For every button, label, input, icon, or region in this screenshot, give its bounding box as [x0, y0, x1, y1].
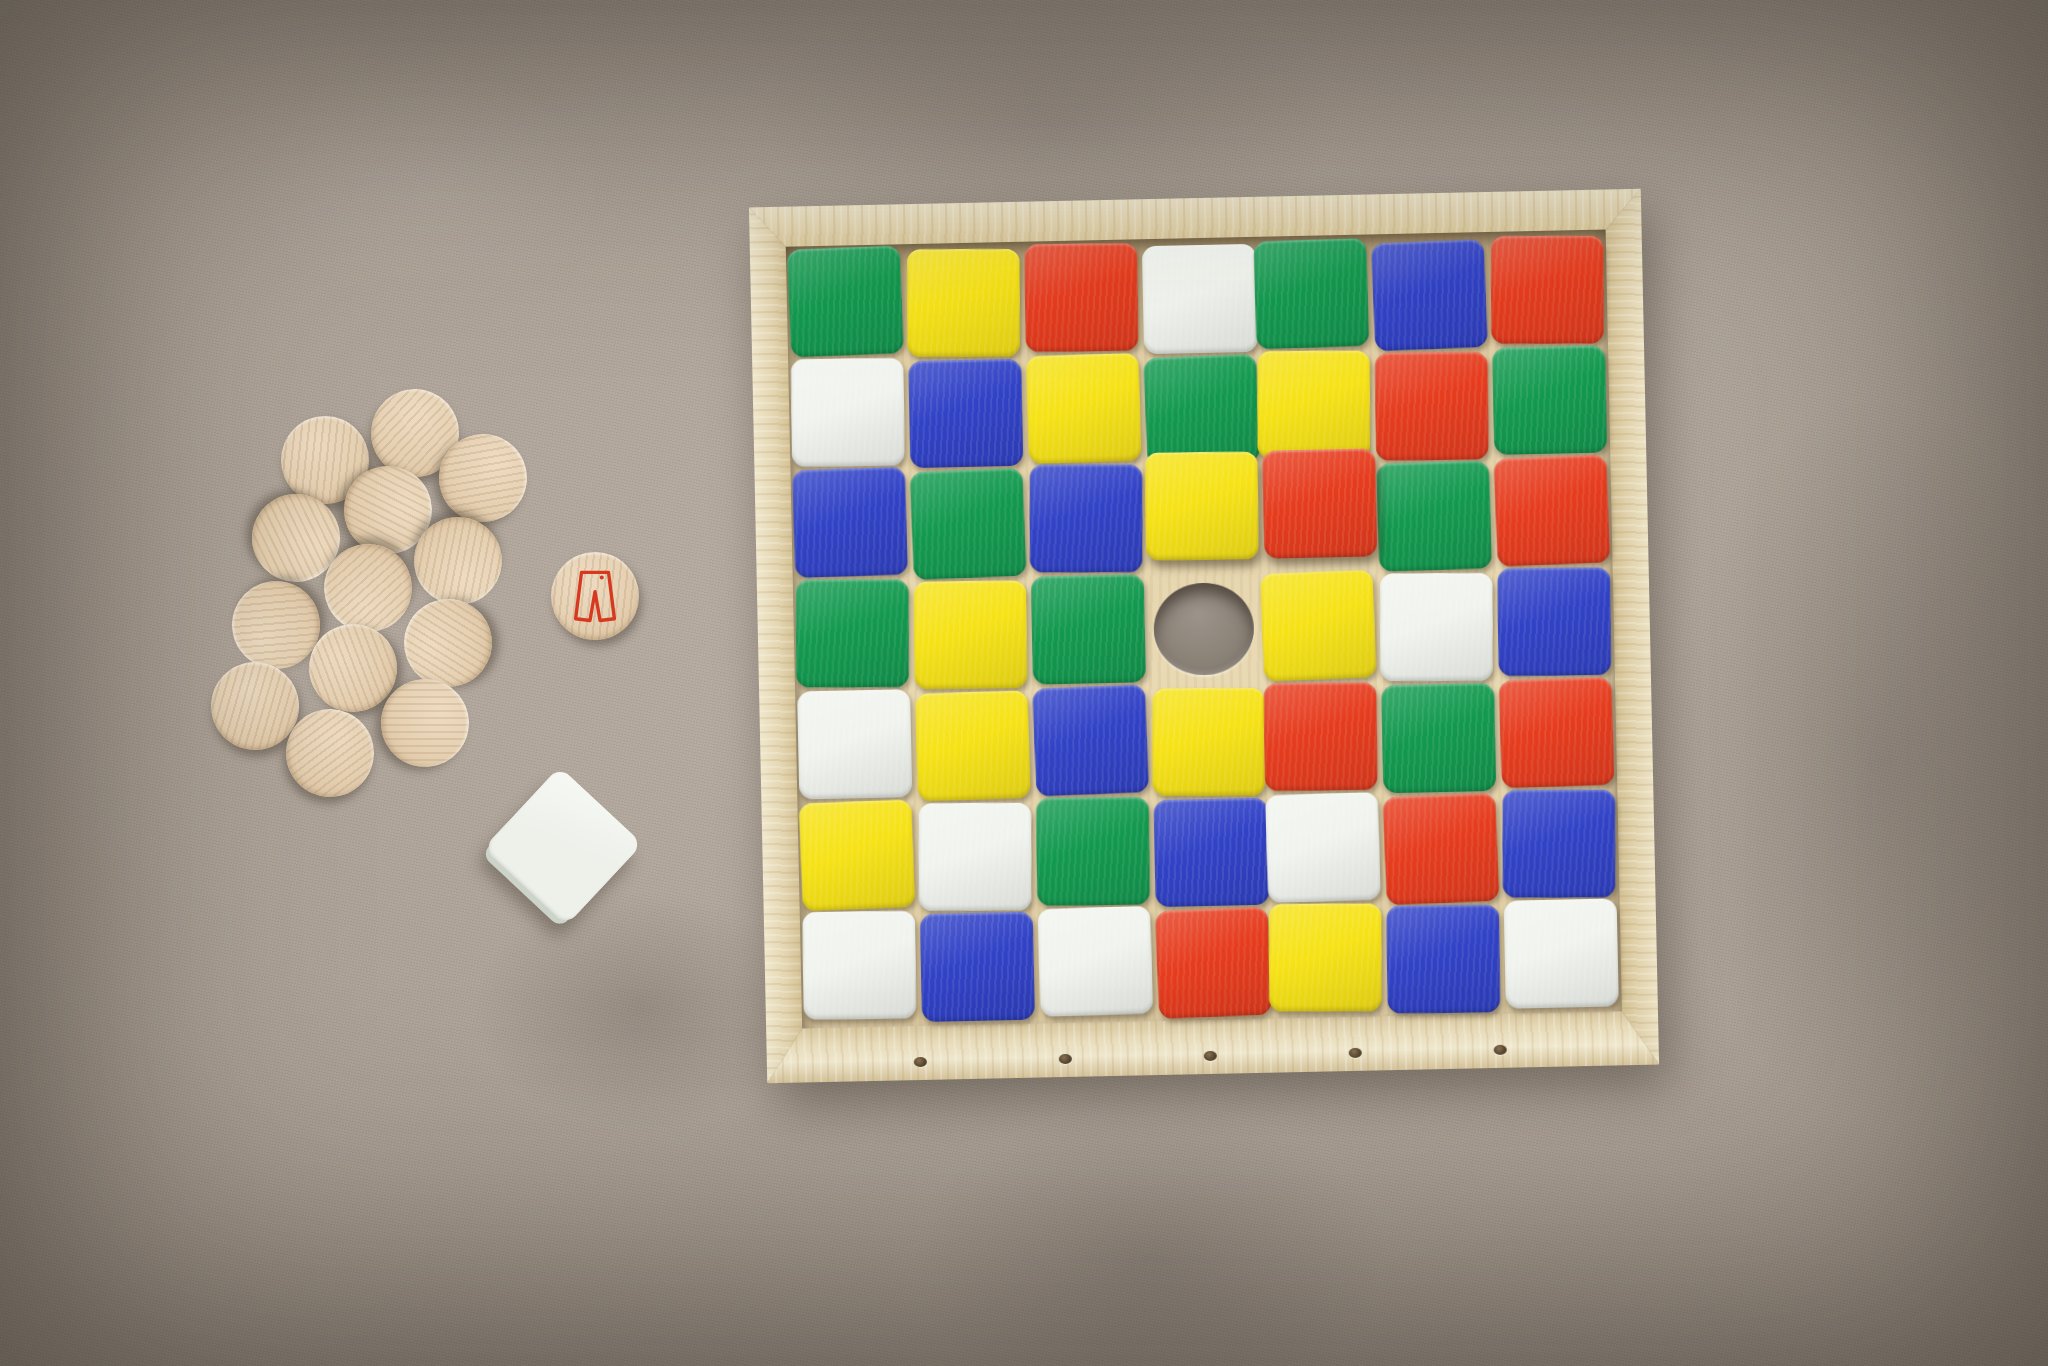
tile-yellow[interactable] [1268, 904, 1381, 1012]
tile-yellow[interactable] [913, 580, 1027, 689]
tile-blue[interactable] [1032, 684, 1149, 796]
tile-yellow[interactable] [798, 799, 915, 911]
trousers-icon [568, 565, 622, 627]
tile-yellow[interactable] [1026, 352, 1142, 463]
tile-red[interactable] [1263, 682, 1377, 791]
tile-green[interactable] [796, 579, 909, 687]
tile-yellow[interactable] [907, 249, 1020, 357]
tile-yellow[interactable] [1145, 452, 1259, 561]
tile-white[interactable] [791, 357, 905, 466]
tile-red[interactable] [1498, 677, 1614, 788]
screw-hole [1494, 1045, 1507, 1055]
tile-white[interactable] [797, 689, 912, 799]
tile-green[interactable] [787, 245, 904, 357]
tile-white[interactable] [1503, 899, 1618, 1009]
tile-green[interactable] [1492, 345, 1607, 455]
tile-red[interactable] [1155, 907, 1272, 1019]
tile-blue[interactable] [1370, 239, 1487, 351]
tile-red[interactable] [1025, 243, 1139, 352]
tile-yellow[interactable] [915, 690, 1031, 801]
screw-hole [914, 1057, 927, 1067]
tray-well [786, 230, 1622, 1029]
tile-green[interactable] [1376, 461, 1492, 572]
empty-cell [1146, 574, 1261, 684]
tile-red[interactable] [1382, 792, 1499, 904]
tile-blue[interactable] [1502, 789, 1615, 897]
tile-green[interactable] [1381, 683, 1496, 793]
tile-blue[interactable] [920, 912, 1035, 1022]
tile-yellow[interactable] [1259, 570, 1376, 682]
tile-white[interactable] [1264, 791, 1380, 902]
tile-red[interactable] [1262, 449, 1377, 559]
tile-green[interactable] [1031, 574, 1146, 684]
tile-green[interactable] [1036, 796, 1150, 905]
tile-blue[interactable] [1386, 905, 1500, 1014]
tile-blue[interactable] [1154, 797, 1269, 907]
tile-red[interactable] [1374, 351, 1488, 460]
tile-grid [791, 235, 1617, 1024]
tile-green[interactable] [910, 468, 1027, 580]
finger-hole [1153, 582, 1255, 676]
tile-white[interactable] [1037, 906, 1153, 1017]
scene [0, 0, 2048, 1366]
tile-blue[interactable] [908, 358, 1023, 468]
tile-green[interactable] [1144, 353, 1261, 465]
tile-red[interactable] [1493, 455, 1610, 567]
screw-hole [1348, 1048, 1361, 1058]
tile-yellow[interactable] [1257, 350, 1370, 458]
tile-red[interactable] [1491, 236, 1604, 344]
loose-white-tile[interactable] [483, 766, 643, 926]
trousers-icon-disc[interactable] [551, 552, 639, 640]
tile-blue[interactable] [1497, 567, 1611, 676]
tile-white[interactable] [1142, 244, 1257, 354]
tile-green[interactable] [1253, 238, 1369, 349]
puzzle-tray [749, 189, 1659, 1083]
tile-blue[interactable] [1030, 465, 1143, 573]
tile-white[interactable] [802, 911, 916, 1020]
tile-white[interactable] [1379, 573, 1492, 681]
screw-hole [1058, 1054, 1071, 1064]
tile-yellow[interactable] [1153, 688, 1266, 796]
tile-blue[interactable] [792, 467, 908, 578]
tile-white[interactable] [919, 802, 1032, 910]
screw-hole [1204, 1051, 1217, 1061]
